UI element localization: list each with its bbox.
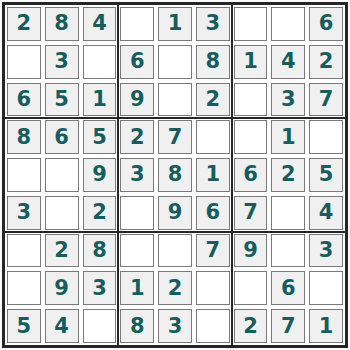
cell-r5c4: 3 bbox=[120, 158, 154, 192]
cell-r8c5: 2 bbox=[158, 271, 192, 305]
cell-r5c5: 8 bbox=[158, 158, 192, 192]
cell-r9c1: 5 bbox=[7, 309, 41, 343]
cell-r9c3[interactable] bbox=[83, 309, 117, 343]
cell-r4c5: 7 bbox=[158, 120, 192, 154]
cell-r2c4: 6 bbox=[120, 45, 154, 79]
cell-r3c7[interactable] bbox=[234, 83, 268, 117]
cell-r3c3: 1 bbox=[83, 83, 117, 117]
box-divider-vertical-1 bbox=[117, 5, 119, 345]
cell-r9c8: 7 bbox=[271, 309, 305, 343]
cell-r3c1: 6 bbox=[7, 83, 41, 117]
cell-r2c1[interactable] bbox=[7, 45, 41, 79]
cell-r9c7: 2 bbox=[234, 309, 268, 343]
cell-r1c6: 3 bbox=[196, 7, 230, 41]
cell-r8c6[interactable] bbox=[196, 271, 230, 305]
cell-r8c3: 3 bbox=[83, 271, 117, 305]
cell-r3c8: 3 bbox=[271, 83, 305, 117]
cell-r4c9[interactable] bbox=[309, 120, 343, 154]
cell-r8c2: 9 bbox=[45, 271, 79, 305]
cell-r3c6: 2 bbox=[196, 83, 230, 117]
cell-r3c2: 5 bbox=[45, 83, 79, 117]
cell-r2c9: 2 bbox=[309, 45, 343, 79]
cell-r9c4: 8 bbox=[120, 309, 154, 343]
cell-r5c1[interactable] bbox=[7, 158, 41, 192]
cell-r8c7[interactable] bbox=[234, 271, 268, 305]
cell-r8c1[interactable] bbox=[7, 271, 41, 305]
cell-r8c9[interactable] bbox=[309, 271, 343, 305]
sudoku-board: 2841363681426519237865271938162532967428… bbox=[2, 2, 348, 348]
cell-r9c9: 1 bbox=[309, 309, 343, 343]
cell-r6c7: 7 bbox=[234, 196, 268, 230]
cell-r9c5: 3 bbox=[158, 309, 192, 343]
cell-r4c7[interactable] bbox=[234, 120, 268, 154]
cell-r9c2: 4 bbox=[45, 309, 79, 343]
cell-r3c5[interactable] bbox=[158, 83, 192, 117]
cell-r7c5[interactable] bbox=[158, 234, 192, 268]
cell-r1c2: 8 bbox=[45, 7, 79, 41]
cell-r7c8[interactable] bbox=[271, 234, 305, 268]
cell-r5c2[interactable] bbox=[45, 158, 79, 192]
cell-r2c2: 3 bbox=[45, 45, 79, 79]
cell-r1c7[interactable] bbox=[234, 7, 268, 41]
cell-r7c2: 2 bbox=[45, 234, 79, 268]
cell-r6c5: 9 bbox=[158, 196, 192, 230]
cell-r4c8: 1 bbox=[271, 120, 305, 154]
cell-r4c3: 5 bbox=[83, 120, 117, 154]
cell-r8c4: 1 bbox=[120, 271, 154, 305]
cell-r7c3: 8 bbox=[83, 234, 117, 268]
cell-r7c6: 7 bbox=[196, 234, 230, 268]
cell-r1c9: 6 bbox=[309, 7, 343, 41]
cell-r4c6[interactable] bbox=[196, 120, 230, 154]
cell-r7c1[interactable] bbox=[7, 234, 41, 268]
cell-r2c3[interactable] bbox=[83, 45, 117, 79]
box-divider-vertical-2 bbox=[231, 5, 233, 345]
cell-r6c2[interactable] bbox=[45, 196, 79, 230]
cell-r3c4: 9 bbox=[120, 83, 154, 117]
cell-r2c8: 4 bbox=[271, 45, 305, 79]
cell-r4c4: 2 bbox=[120, 120, 154, 154]
cell-r2c5[interactable] bbox=[158, 45, 192, 79]
cell-r1c5: 1 bbox=[158, 7, 192, 41]
cell-r5c8: 2 bbox=[271, 158, 305, 192]
cell-r7c4[interactable] bbox=[120, 234, 154, 268]
box-divider-horizontal-1 bbox=[5, 117, 345, 119]
cell-r7c7: 9 bbox=[234, 234, 268, 268]
cell-r6c4[interactable] bbox=[120, 196, 154, 230]
cell-r2c6: 8 bbox=[196, 45, 230, 79]
box-divider-horizontal-2 bbox=[5, 231, 345, 233]
cell-r6c3: 2 bbox=[83, 196, 117, 230]
cell-r6c9: 4 bbox=[309, 196, 343, 230]
cell-r2c7: 1 bbox=[234, 45, 268, 79]
cell-r4c2: 6 bbox=[45, 120, 79, 154]
cell-r5c3: 9 bbox=[83, 158, 117, 192]
cell-r7c9: 3 bbox=[309, 234, 343, 268]
cell-r6c8[interactable] bbox=[271, 196, 305, 230]
cell-r1c1: 2 bbox=[7, 7, 41, 41]
cell-r3c9: 7 bbox=[309, 83, 343, 117]
cell-r5c6: 1 bbox=[196, 158, 230, 192]
cell-r9c6[interactable] bbox=[196, 309, 230, 343]
cell-r6c6: 6 bbox=[196, 196, 230, 230]
cell-r5c7: 6 bbox=[234, 158, 268, 192]
cell-r5c9: 5 bbox=[309, 158, 343, 192]
cell-r1c3: 4 bbox=[83, 7, 117, 41]
cell-r6c1: 3 bbox=[7, 196, 41, 230]
cell-r1c4[interactable] bbox=[120, 7, 154, 41]
cell-r4c1: 8 bbox=[7, 120, 41, 154]
cell-r1c8[interactable] bbox=[271, 7, 305, 41]
cell-r8c8: 6 bbox=[271, 271, 305, 305]
